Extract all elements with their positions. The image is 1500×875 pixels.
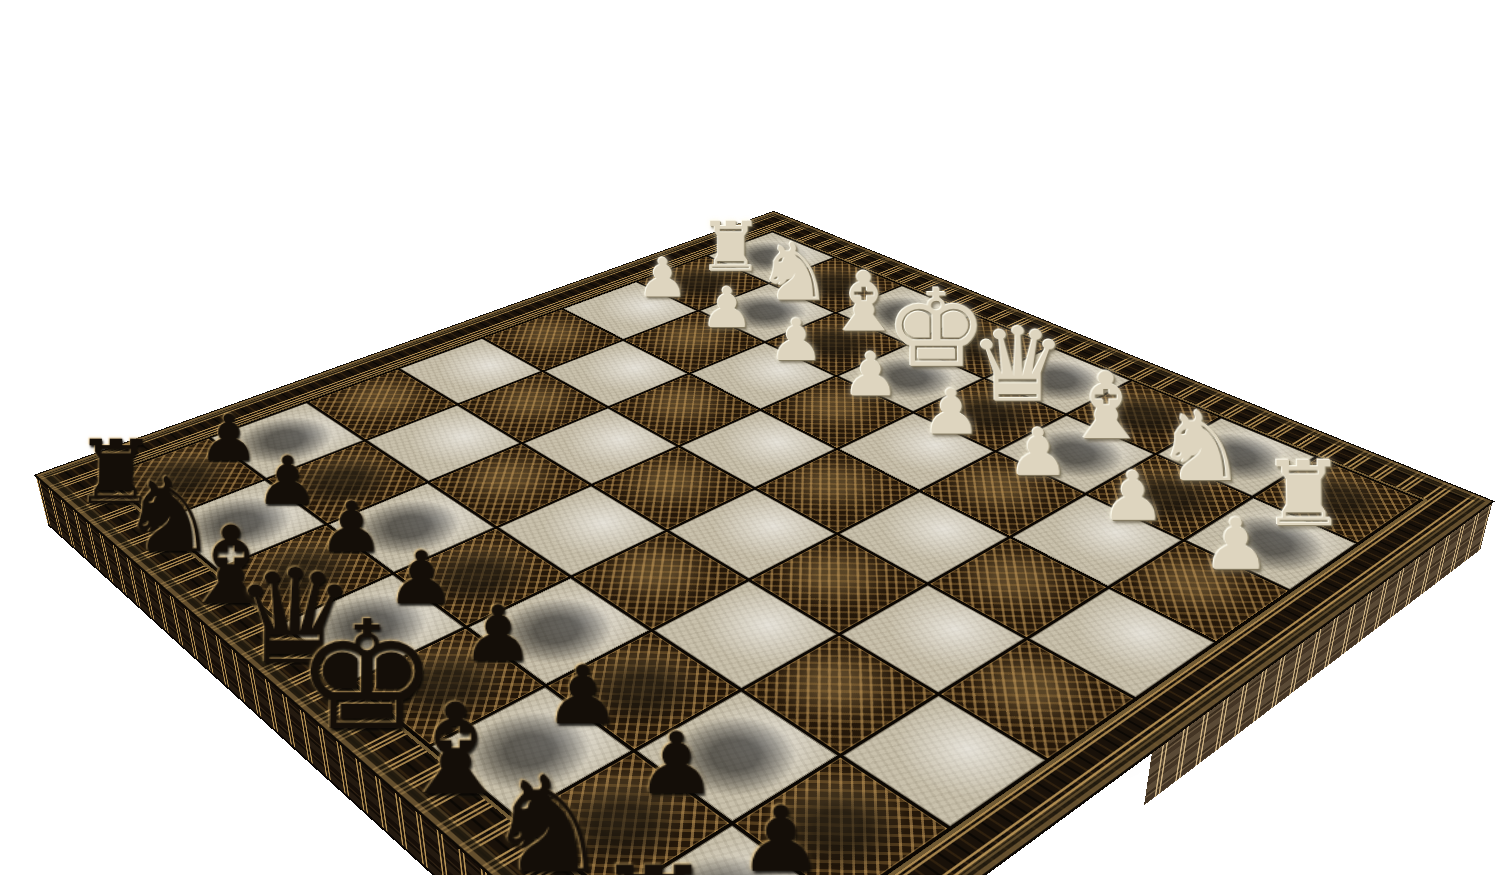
black-knight: ♞ — [483, 759, 611, 875]
product-photo-scene: ♜♞♝♚♛♝♞♜♟♟♟♟♟♟♟♟♟♟♟♟♟♟♟♟♜♞♝♛♚♝♞♜ — [0, 0, 1500, 875]
white-pawn: ♟ — [1100, 462, 1166, 530]
white-knight: ♞ — [757, 233, 834, 312]
black-rook: ♜ — [593, 850, 714, 875]
white-queen: ♛ — [969, 314, 1068, 416]
white-pawn: ♟ — [769, 311, 825, 369]
white-pawn: ♟ — [842, 345, 900, 405]
black-pawn: ♟ — [461, 595, 535, 672]
black-pawn: ♟ — [635, 721, 717, 807]
square-a1: ♜ — [1255, 458, 1418, 542]
white-knight: ♞ — [1154, 399, 1248, 495]
white-pawn: ♟ — [1201, 508, 1270, 579]
white-rook: ♜ — [1260, 449, 1348, 539]
white-bishop: ♝ — [1062, 360, 1152, 452]
white-rook: ♜ — [698, 213, 764, 281]
white-pawn: ♟ — [921, 381, 981, 444]
black-pawn: ♟ — [737, 794, 824, 875]
white-pawn: ♟ — [1007, 420, 1070, 485]
white-pawn: ♟ — [637, 251, 689, 305]
black-pawn: ♟ — [543, 655, 621, 736]
white-pawn: ♟ — [701, 280, 755, 336]
